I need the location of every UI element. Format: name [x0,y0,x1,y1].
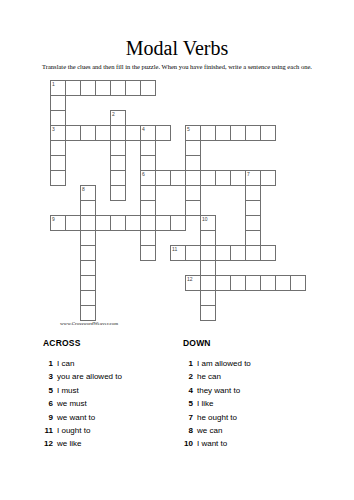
page-title: Modal Verbs [0,37,354,60]
clue-item-number: 5 [40,384,53,397]
clue-item-number: 1 [180,357,193,370]
clue-number: 3 [52,126,55,132]
grid-cell-r3c5[interactable] [125,125,141,141]
grid-cell-r9c2[interactable] [80,215,96,231]
across-clues-section: ACROSS 1I can3you are allowed to5I must6… [40,338,180,451]
grid-cell-r0c2[interactable] [80,80,96,96]
crossword-grid: 123456789101112 [50,80,306,321]
grid-cell-r11c6[interactable] [140,245,156,261]
clue-number: 4 [142,126,145,132]
grid-cell-r6c4[interactable] [110,170,126,186]
clue-item: 12we like [40,437,180,450]
grid-cell-r5c6[interactable] [140,155,156,171]
clue-item-text: I can [57,357,74,370]
across-heading: ACROSS [43,338,180,348]
clue-number: 10 [202,216,208,222]
grid-cell-r11c11[interactable] [215,245,231,261]
clue-item-text: they want to [197,384,240,397]
grid-cell-r9c10[interactable]: 10 [200,215,216,231]
clue-item: 10I want to [180,437,320,450]
clue-item: 5I must [40,384,180,397]
grid-cell-r13c11[interactable] [215,275,231,291]
grid-cell-r7c6[interactable] [140,185,156,201]
grid-cell-r0c4[interactable] [110,80,126,96]
clue-item: 4they want to [180,384,320,397]
grid-cell-r13c15[interactable] [275,275,291,291]
grid-cell-r15c2[interactable] [80,305,96,321]
clue-item-text: we must [57,397,87,410]
grid-cell-r13c2[interactable] [80,275,96,291]
grid-cell-r13c9[interactable]: 12 [185,275,201,291]
clue-item-number: 1 [40,357,53,370]
grid-cell-r13c10[interactable] [200,275,216,291]
clue-item-text: we can [197,424,222,437]
clue-item-number: 7 [180,411,193,424]
grid-cell-r3c3[interactable] [95,125,111,141]
down-clues-section: DOWN 1I am allowed to2he can4they want t… [180,338,320,451]
clue-item-number: 4 [180,384,193,397]
grid-cell-r6c7[interactable] [155,170,171,186]
grid-cell-r6c8[interactable] [170,170,186,186]
grid-cell-r3c6[interactable]: 4 [140,125,156,141]
grid-cell-r8c13[interactable] [245,200,261,216]
clue-item: 9we want to [40,411,180,424]
grid-cell-r2c4[interactable]: 2 [110,110,126,126]
clue-item-number: 3 [40,370,53,383]
grid-cell-r3c12[interactable] [230,125,246,141]
clue-item-number: 11 [40,424,53,437]
clue-item-text: we want to [57,411,95,424]
grid-cell-r5c4[interactable] [110,155,126,171]
grid-cell-r11c2[interactable] [80,245,96,261]
grid-cell-r0c3[interactable] [95,80,111,96]
grid-cell-r11c14[interactable] [260,245,276,261]
grid-cell-r2c0[interactable] [50,110,66,126]
grid-cell-r8c9[interactable] [185,200,201,216]
grid-cell-r11c10[interactable] [200,245,216,261]
clue-item: 2he can [180,370,320,383]
grid-cell-r4c0[interactable] [50,140,66,156]
grid-cell-r0c6[interactable] [140,80,156,96]
grid-cell-r4c6[interactable] [140,140,156,156]
grid-cell-r8c2[interactable] [80,200,96,216]
instructions-text: Translate the clues and then fill in the… [0,63,354,70]
clue-item-number: 12 [40,437,53,450]
worksheet-page: Modal Verbs Translate the clues and then… [0,0,354,500]
grid-cell-r11c9[interactable] [185,245,201,261]
grid-cell-r3c1[interactable] [65,125,81,141]
grid-cell-r8c6[interactable] [140,200,156,216]
grid-cell-r12c2[interactable] [80,260,96,276]
clue-item: 5I like [180,397,320,410]
grid-cell-r7c9[interactable] [185,185,201,201]
grid-cell-r4c4[interactable] [110,140,126,156]
clue-item-text: you are allowed to [57,370,122,383]
grid-cell-r6c11[interactable] [215,170,231,186]
grid-cell-r9c7[interactable] [155,215,171,231]
clue-item-number: 9 [40,411,53,424]
grid-cell-r10c13[interactable] [245,230,261,246]
grid-cell-r14c10[interactable] [200,290,216,306]
grid-cell-r1c0[interactable] [50,95,66,111]
clue-number: 9 [52,216,55,222]
clue-item-text: we like [57,437,81,450]
grid-cell-r14c2[interactable] [80,290,96,306]
clue-item-text: I like [197,397,213,410]
grid-cell-r3c14[interactable] [260,125,276,141]
clue-number: 5 [187,126,190,132]
clue-item-text: he can [197,370,221,383]
clue-item: 11I ought to [40,424,180,437]
grid-cell-r3c9[interactable]: 5 [185,125,201,141]
grid-cell-r9c0[interactable]: 9 [50,215,66,231]
clue-item-text: I am allowed to [197,357,251,370]
grid-cell-r15c10[interactable] [200,305,216,321]
clue-number: 12 [187,276,193,282]
grid-cell-r3c10[interactable] [200,125,216,141]
across-clue-list: 1I can3you are allowed to5I must6we must… [40,357,180,451]
clue-item-text: I want to [197,437,227,450]
grid-cell-r9c3[interactable] [95,215,111,231]
clue-number: 2 [112,111,115,117]
grid-cell-r6c13[interactable]: 7 [245,170,261,186]
grid-cell-r7c13[interactable] [245,185,261,201]
grid-cell-r9c13[interactable] [245,215,261,231]
grid-cell-r3c7[interactable] [155,125,171,141]
clue-number: 1 [52,81,55,87]
grid-cell-r4c9[interactable] [185,140,201,156]
grid-cell-r11c13[interactable] [245,245,261,261]
clue-item: 1I am allowed to [180,357,320,370]
grid-cell-r9c6[interactable] [140,215,156,231]
grid-cell-r13c14[interactable] [260,275,276,291]
clue-item: 3you are allowed to [40,370,180,383]
grid-cell-r13c13[interactable] [245,275,261,291]
clue-item-text: he ought to [197,411,237,424]
grid-cell-r13c16[interactable] [290,275,306,291]
clue-number: 8 [82,186,85,192]
down-clue-list: 1I am allowed to2he can4they want to5I l… [180,357,320,451]
grid-cell-r11c12[interactable] [230,245,246,261]
grid-cell-r9c8[interactable] [170,215,186,231]
clue-item: 1I can [40,357,180,370]
clue-number: 11 [172,246,177,252]
grid-cell-r5c9[interactable] [185,155,201,171]
grid-cell-r9c5[interactable] [125,215,141,231]
grid-cell-r0c0[interactable]: 1 [50,80,66,96]
grid-cell-r3c0[interactable]: 3 [50,125,66,141]
grid-cell-r6c10[interactable] [200,170,216,186]
grid-cell-r11c8[interactable]: 11 [170,245,186,261]
grid-cell-r6c0[interactable] [50,170,66,186]
clue-item-number: 5 [180,397,193,410]
grid-cell-r3c13[interactable] [245,125,261,141]
site-credit: www.CrosswordWeaver.com [60,321,118,326]
clue-item: 8we can [180,424,320,437]
grid-cell-r6c9[interactable] [185,170,201,186]
clue-number: 7 [247,171,250,177]
clue-item: 6we must [40,397,180,410]
clue-item-text: I ought to [57,424,90,437]
grid-cell-r3c4[interactable] [110,125,126,141]
grid-cell-r7c2[interactable]: 8 [80,185,96,201]
grid-cell-r6c6[interactable]: 6 [140,170,156,186]
clue-item-text: I must [57,384,79,397]
grid-cell-r6c12[interactable] [230,170,246,186]
clue-item-number: 6 [40,397,53,410]
grid-cell-r5c0[interactable] [50,155,66,171]
grid-cell-r3c2[interactable] [80,125,96,141]
clue-number: 6 [142,171,145,177]
grid-cell-r7c4[interactable] [110,185,126,201]
grid-cell-r13c12[interactable] [230,275,246,291]
grid-cell-r10c10[interactable] [200,230,216,246]
grid-cell-r6c14[interactable] [260,170,276,186]
grid-cell-r10c6[interactable] [140,230,156,246]
clue-item-number: 2 [180,370,193,383]
grid-cell-r9c4[interactable] [110,215,126,231]
grid-cell-r3c11[interactable] [215,125,231,141]
clue-item-number: 10 [180,437,193,450]
grid-cell-r0c5[interactable] [125,80,141,96]
grid-cell-r12c10[interactable] [200,260,216,276]
grid-cell-r10c2[interactable] [80,230,96,246]
grid-cell-r0c1[interactable] [65,80,81,96]
down-heading: DOWN [183,338,320,348]
clue-item: 7he ought to [180,411,320,424]
grid-cell-r9c1[interactable] [65,215,81,231]
clue-item-number: 8 [180,424,193,437]
